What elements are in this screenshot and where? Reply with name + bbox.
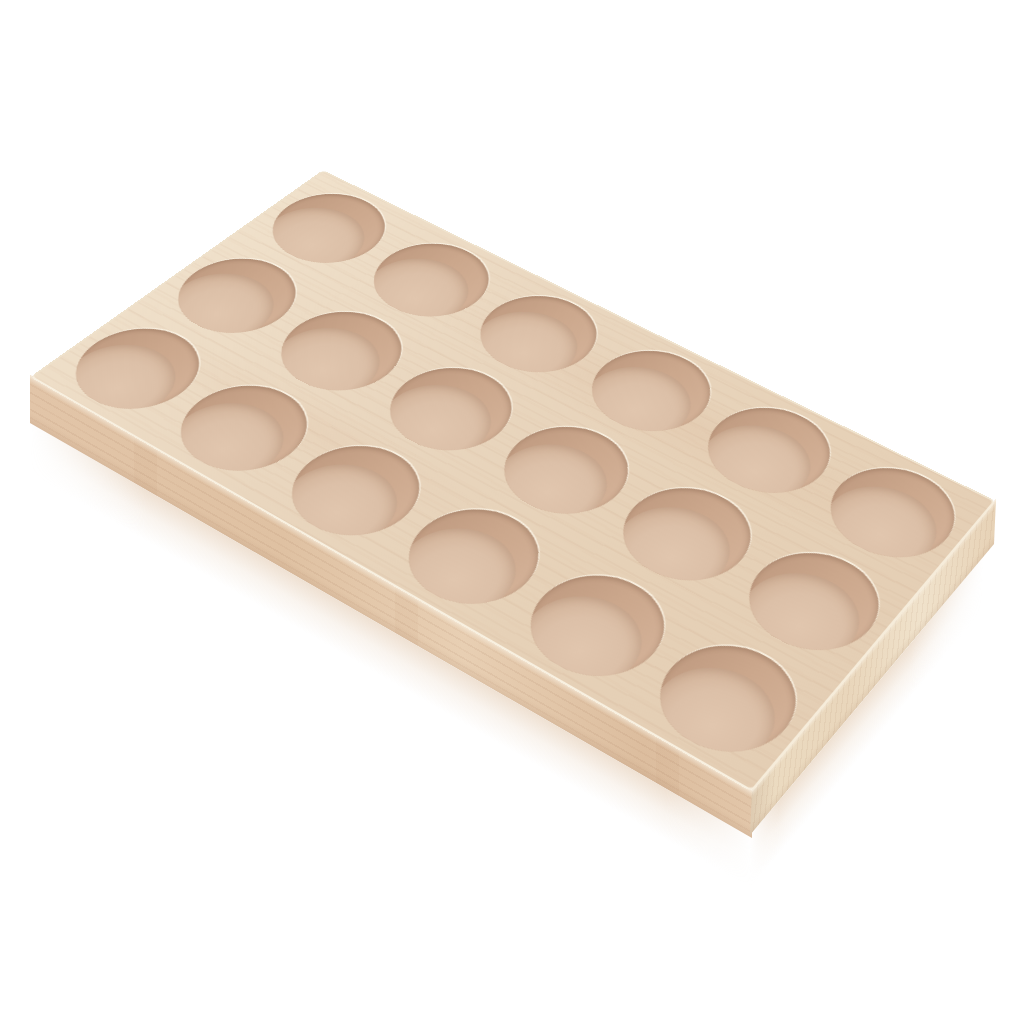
photo-background xyxy=(0,0,1024,1024)
pit-r2-c4[interactable] xyxy=(479,410,652,532)
